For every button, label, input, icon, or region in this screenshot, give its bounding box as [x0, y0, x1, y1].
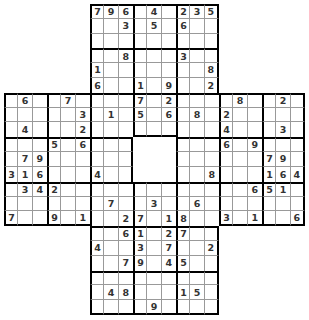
empty-cell-r13c15[interactable] [205, 182, 219, 197]
empty-cell-r3c12[interactable] [162, 34, 176, 49]
empty-cell-r5c12[interactable] [162, 63, 176, 78]
empty-cell-r8c19[interactable] [262, 108, 276, 123]
empty-cell-r7c11[interactable] [147, 93, 161, 108]
empty-cell-r3c14[interactable] [190, 34, 204, 49]
empty-cell-r6c13[interactable] [176, 78, 190, 93]
empty-cell-r13c21[interactable] [291, 182, 305, 197]
empty-cell-r7c7[interactable] [90, 93, 104, 108]
empty-cell-r14c5[interactable] [61, 197, 75, 212]
outside-area [76, 19, 90, 34]
empty-cell-r17c14[interactable] [190, 241, 204, 256]
empty-cell-r8c13[interactable] [176, 108, 190, 123]
empty-cell-r9c3[interactable] [33, 122, 47, 137]
empty-cell-r9c1[interactable] [4, 122, 18, 137]
empty-cell-r15c19[interactable] [262, 211, 276, 226]
outside-area [76, 4, 90, 19]
given-digit-r13c20: 1 [276, 182, 290, 197]
empty-cell-r14c2[interactable] [18, 197, 32, 212]
outside-area [4, 4, 18, 19]
empty-cell-r14c20[interactable] [276, 197, 290, 212]
outside-area [262, 19, 276, 34]
empty-cell-r19c15[interactable] [205, 271, 219, 286]
outside-area [219, 63, 233, 78]
empty-cell-r13c7[interactable] [90, 182, 104, 197]
empty-cell-r9c13[interactable] [176, 122, 190, 137]
empty-cell-r11c5[interactable] [61, 152, 75, 167]
empty-cell-r15c20[interactable] [276, 211, 290, 226]
empty-cell-r15c17[interactable] [233, 211, 247, 226]
outside-area [219, 285, 233, 300]
given-digit-r5c15: 8 [205, 63, 219, 78]
empty-cell-r4c12[interactable] [162, 48, 176, 63]
empty-cell-r1c10[interactable] [133, 4, 147, 19]
outside-area [233, 271, 247, 286]
outside-area [248, 226, 262, 241]
given-digit-r12c19: 1 [262, 167, 276, 182]
empty-cell-r12c8[interactable] [104, 167, 118, 182]
empty-cell-r14c4[interactable] [47, 197, 61, 212]
given-digit-r1c11: 4 [147, 4, 161, 19]
empty-cell-r14c17[interactable] [233, 197, 247, 212]
outside-area [33, 241, 47, 256]
outside-area [219, 34, 233, 49]
empty-cell-r6c11[interactable] [147, 78, 161, 93]
outside-area [233, 78, 247, 93]
empty-cell-r14c21[interactable] [291, 197, 305, 212]
empty-cell-r21c7[interactable] [90, 300, 104, 315]
empty-cell-r7c18[interactable] [248, 93, 262, 108]
given-digit-r10c4: 5 [47, 137, 61, 152]
empty-cell-r9c9[interactable] [119, 122, 133, 137]
empty-cell-r12c14[interactable] [190, 167, 204, 182]
empty-cell-r11c4[interactable] [47, 152, 61, 167]
outside-area [276, 271, 290, 286]
outside-area [219, 271, 233, 286]
outside-area [219, 48, 233, 63]
given-digit-r15c10: 7 [133, 211, 147, 226]
empty-cell-r21c14[interactable] [190, 300, 204, 315]
empty-cell-r21c10[interactable] [133, 300, 147, 315]
empty-cell-r16c15[interactable] [205, 226, 219, 241]
empty-cell-r10c21[interactable] [291, 137, 305, 152]
outside-area [248, 241, 262, 256]
empty-cell-r2c8[interactable] [104, 19, 118, 34]
empty-cell-r19c7[interactable] [90, 271, 104, 286]
empty-cell-r11c17[interactable] [233, 152, 247, 167]
empty-cell-r8c4[interactable] [47, 108, 61, 123]
given-digit-r4c13: 3 [176, 48, 190, 63]
empty-cell-r7c8[interactable] [104, 93, 118, 108]
outside-area [233, 4, 247, 19]
empty-cell-r3c9[interactable] [119, 34, 133, 49]
empty-cell-r2c7[interactable] [90, 19, 104, 34]
empty-cell-r7c19[interactable] [262, 93, 276, 108]
empty-cell-r9c14[interactable] [190, 122, 204, 137]
outside-area [291, 226, 305, 241]
empty-cell-r11c6[interactable] [76, 152, 90, 167]
empty-cell-r18c15[interactable] [205, 256, 219, 271]
empty-cell-r9c8[interactable] [104, 122, 118, 137]
empty-cell-r15c8[interactable] [104, 211, 118, 226]
empty-cell-r10c3[interactable] [33, 137, 47, 152]
outside-area [47, 19, 61, 34]
empty-cell-r13c12[interactable] [162, 182, 176, 197]
empty-cell-r11c15[interactable] [205, 152, 219, 167]
empty-cell-r8c2[interactable] [18, 108, 32, 123]
empty-cell-r9c4[interactable] [47, 122, 61, 137]
empty-cell-r17c9[interactable] [119, 241, 133, 256]
empty-cell-r11c16[interactable] [219, 152, 233, 167]
empty-cell-r8c17[interactable] [233, 108, 247, 123]
empty-cell-r8c11[interactable] [147, 108, 161, 123]
empty-cell-r19c11[interactable] [147, 271, 161, 286]
empty-cell-r11c13[interactable] [176, 152, 190, 167]
empty-cell-r2c15[interactable] [205, 19, 219, 34]
empty-cell-r18c7[interactable] [90, 256, 104, 271]
empty-cell-r2c14[interactable] [190, 19, 204, 34]
empty-cell-r7c3[interactable] [33, 93, 47, 108]
empty-cell-r11c9[interactable] [119, 152, 133, 167]
outside-area [276, 48, 290, 63]
empty-cell-r18c14[interactable] [190, 256, 204, 271]
empty-cell-r19c9[interactable] [119, 271, 133, 286]
empty-cell-r13c6[interactable] [76, 182, 90, 197]
empty-cell-r6c8[interactable] [104, 78, 118, 93]
empty-cell-r8c1[interactable] [4, 108, 18, 123]
outside-area [276, 4, 290, 19]
outside-area [61, 300, 75, 315]
empty-cell-r15c2[interactable] [18, 211, 32, 226]
empty-cell-r4c15[interactable] [205, 48, 219, 63]
outside-area [133, 137, 147, 152]
outside-area [76, 300, 90, 315]
empty-cell-r12c16[interactable] [219, 167, 233, 182]
outside-area [18, 78, 32, 93]
empty-cell-r20c15[interactable] [205, 285, 219, 300]
empty-cell-r9c19[interactable] [262, 122, 276, 137]
outside-area [233, 63, 247, 78]
empty-cell-r7c6[interactable] [76, 93, 90, 108]
outside-area [18, 63, 32, 78]
empty-cell-r9c7[interactable] [90, 122, 104, 137]
empty-cell-r14c13[interactable] [176, 197, 190, 212]
empty-cell-r10c19[interactable] [262, 137, 276, 152]
empty-cell-r13c5[interactable] [61, 182, 75, 197]
empty-cell-r3c10[interactable] [133, 34, 147, 49]
empty-cell-r12c5[interactable] [61, 167, 75, 182]
empty-cell-r13c9[interactable] [119, 182, 133, 197]
empty-cell-r8c21[interactable] [291, 108, 305, 123]
empty-cell-r9c17[interactable] [233, 122, 247, 137]
outside-area [248, 300, 262, 315]
empty-cell-r20c12[interactable] [162, 285, 176, 300]
given-digit-r4c9: 8 [119, 48, 133, 63]
outside-area [47, 34, 61, 49]
empty-cell-r14c19[interactable] [262, 197, 276, 212]
empty-cell-r12c9[interactable] [119, 167, 133, 182]
empty-cell-r12c4[interactable] [47, 167, 61, 182]
outside-area [291, 34, 305, 49]
empty-cell-r9c5[interactable] [61, 122, 75, 137]
given-digit-r20c9: 8 [119, 285, 133, 300]
given-digit-r6c7: 6 [90, 78, 104, 93]
empty-cell-r8c3[interactable] [33, 108, 47, 123]
empty-cell-r11c7[interactable] [90, 152, 104, 167]
empty-cell-r11c1[interactable] [4, 152, 18, 167]
outside-area [47, 241, 61, 256]
empty-cell-r10c7[interactable] [90, 137, 104, 152]
given-digit-r15c16: 3 [219, 211, 233, 226]
empty-cell-r3c11[interactable] [147, 34, 161, 49]
empty-cell-r3c13[interactable] [176, 34, 190, 49]
empty-cell-r4c11[interactable] [147, 48, 161, 63]
empty-cell-r13c11[interactable] [147, 182, 161, 197]
empty-cell-r5c13[interactable] [176, 63, 190, 78]
outside-area [61, 241, 75, 256]
empty-cell-r10c2[interactable] [18, 137, 32, 152]
given-digit-r14c11: 3 [147, 197, 161, 212]
outside-area [61, 19, 75, 34]
empty-cell-r16c11[interactable] [147, 226, 161, 241]
given-digit-r14c14: 6 [190, 197, 204, 212]
outside-area [219, 256, 233, 271]
outside-area [76, 78, 90, 93]
empty-cell-r16c14[interactable] [190, 226, 204, 241]
empty-cell-r11c21[interactable] [291, 152, 305, 167]
empty-cell-r2c10[interactable] [133, 19, 147, 34]
given-digit-r12c2: 1 [18, 167, 32, 182]
empty-cell-r19c12[interactable] [162, 271, 176, 286]
empty-cell-r20c7[interactable] [90, 285, 104, 300]
given-digit-r12c7: 4 [90, 167, 104, 182]
empty-cell-r16c8[interactable] [104, 226, 118, 241]
empty-cell-r4c8[interactable] [104, 48, 118, 63]
empty-cell-r13c14[interactable] [190, 182, 204, 197]
given-digit-r2c11: 5 [147, 19, 161, 34]
given-digit-r11c19: 7 [262, 152, 276, 167]
empty-cell-r15c5[interactable] [61, 211, 75, 226]
empty-cell-r21c15[interactable] [205, 300, 219, 315]
empty-cell-r6c9[interactable] [119, 78, 133, 93]
outside-area [61, 4, 75, 19]
outside-area [291, 4, 305, 19]
empty-cell-r16c7[interactable] [90, 226, 104, 241]
empty-cell-r3c8[interactable] [104, 34, 118, 49]
empty-cell-r1c12[interactable] [162, 4, 176, 19]
empty-cell-r5c11[interactable] [147, 63, 161, 78]
given-digit-r10c18: 9 [248, 137, 262, 152]
empty-cell-r8c5[interactable] [61, 108, 75, 123]
outside-area [233, 256, 247, 271]
empty-cell-r18c8[interactable] [104, 256, 118, 271]
empty-cell-r20c11[interactable] [147, 285, 161, 300]
outside-area [248, 19, 262, 34]
outside-area [61, 285, 75, 300]
outside-area [147, 137, 161, 152]
empty-cell-r2c12[interactable] [162, 19, 176, 34]
outside-area [147, 152, 161, 167]
empty-cell-r12c18[interactable] [248, 167, 262, 182]
empty-cell-r5c8[interactable] [104, 63, 118, 78]
empty-cell-r7c21[interactable] [291, 93, 305, 108]
empty-cell-r14c6[interactable] [76, 197, 90, 212]
empty-cell-r14c12[interactable] [162, 197, 176, 212]
outside-area [262, 241, 276, 256]
empty-cell-r8c20[interactable] [276, 108, 290, 123]
given-digit-r9c20: 3 [276, 122, 290, 137]
empty-cell-r15c14[interactable] [190, 211, 204, 226]
empty-cell-r13c8[interactable] [104, 182, 118, 197]
empty-cell-r13c17[interactable] [233, 182, 247, 197]
given-digit-r15c18: 1 [248, 211, 262, 226]
empty-cell-r9c12[interactable] [162, 122, 176, 137]
empty-cell-r12c6[interactable] [76, 167, 90, 182]
empty-cell-r10c15[interactable] [205, 137, 219, 152]
given-digit-r8c8: 1 [104, 108, 118, 123]
empty-cell-r15c11[interactable] [147, 211, 161, 226]
empty-cell-r7c9[interactable] [119, 93, 133, 108]
outside-area [291, 300, 305, 315]
outside-area [4, 78, 18, 93]
outside-area [262, 226, 276, 241]
given-digit-r7c17: 8 [233, 93, 247, 108]
empty-cell-r14c15[interactable] [205, 197, 219, 212]
empty-cell-r5c14[interactable] [190, 63, 204, 78]
empty-cell-r15c3[interactable] [33, 211, 47, 226]
given-digit-r15c12: 1 [162, 211, 176, 226]
outside-area [61, 271, 75, 286]
empty-cell-r10c17[interactable] [233, 137, 247, 152]
given-digit-r2c13: 6 [176, 19, 190, 34]
given-digit-r16c13: 7 [176, 226, 190, 241]
empty-cell-r10c14[interactable] [190, 137, 204, 152]
empty-cell-r7c4[interactable] [47, 93, 61, 108]
empty-cell-r4c10[interactable] [133, 48, 147, 63]
given-digit-r15c21: 6 [291, 211, 305, 226]
empty-cell-r9c18[interactable] [248, 122, 262, 137]
empty-cell-r19c10[interactable] [133, 271, 147, 286]
given-digit-r13c18: 6 [248, 182, 262, 197]
empty-cell-r19c13[interactable] [176, 271, 190, 286]
empty-cell-r20c10[interactable] [133, 285, 147, 300]
given-digit-r11c2: 7 [18, 152, 32, 167]
outside-area [133, 152, 147, 167]
empty-cell-r15c15[interactable] [205, 211, 219, 226]
outside-area [47, 63, 61, 78]
outside-area [61, 256, 75, 271]
empty-cell-r14c3[interactable] [33, 197, 47, 212]
empty-cell-r17c13[interactable] [176, 241, 190, 256]
given-digit-r8c14: 8 [190, 108, 204, 123]
outside-area [18, 271, 32, 286]
outside-area [248, 63, 262, 78]
given-digit-r2c9: 3 [119, 19, 133, 34]
outside-area [61, 48, 75, 63]
empty-cell-r9c10[interactable] [133, 122, 147, 137]
empty-cell-r5c9[interactable] [119, 63, 133, 78]
given-digit-r8c10: 5 [133, 108, 147, 123]
given-digit-r6c10: 1 [133, 78, 147, 93]
outside-area [4, 63, 18, 78]
empty-cell-r3c15[interactable] [205, 34, 219, 49]
empty-cell-r14c1[interactable] [4, 197, 18, 212]
empty-cell-r21c9[interactable] [119, 300, 133, 315]
outside-area [76, 285, 90, 300]
empty-cell-r10c13[interactable] [176, 137, 190, 152]
empty-cell-r9c15[interactable] [205, 122, 219, 137]
empty-cell-r10c20[interactable] [276, 137, 290, 152]
empty-cell-r8c18[interactable] [248, 108, 262, 123]
empty-cell-r7c1[interactable] [4, 93, 18, 108]
outside-area [61, 63, 75, 78]
empty-cell-r17c11[interactable] [147, 241, 161, 256]
outside-area [33, 256, 47, 271]
empty-cell-r10c8[interactable] [104, 137, 118, 152]
empty-cell-r10c1[interactable] [4, 137, 18, 152]
empty-cell-r15c7[interactable] [90, 211, 104, 226]
given-digit-r1c9: 6 [119, 4, 133, 19]
empty-cell-r11c8[interactable] [104, 152, 118, 167]
empty-cell-r21c12[interactable] [162, 300, 176, 315]
empty-cell-r12c13[interactable] [176, 167, 190, 182]
outside-area [262, 48, 276, 63]
empty-cell-r7c13[interactable] [176, 93, 190, 108]
empty-cell-r21c8[interactable] [104, 300, 118, 315]
empty-cell-r6c14[interactable] [190, 78, 204, 93]
empty-cell-r14c18[interactable] [248, 197, 262, 212]
empty-cell-r7c14[interactable] [190, 93, 204, 108]
empty-cell-r14c7[interactable] [90, 197, 104, 212]
given-digit-r10c6: 6 [76, 137, 90, 152]
empty-cell-r14c9[interactable] [119, 197, 133, 212]
outside-area [291, 78, 305, 93]
given-digit-r13c2: 3 [18, 182, 32, 197]
empty-cell-r8c7[interactable] [90, 108, 104, 123]
outside-area [219, 19, 233, 34]
given-digit-r15c13: 8 [176, 211, 190, 226]
empty-cell-r10c9[interactable] [119, 137, 133, 152]
empty-cell-r4c14[interactable] [190, 48, 204, 63]
empty-cell-r21c13[interactable] [176, 300, 190, 315]
empty-cell-r19c14[interactable] [190, 271, 204, 286]
empty-cell-r17c8[interactable] [104, 241, 118, 256]
empty-cell-r13c16[interactable] [219, 182, 233, 197]
empty-cell-r5c10[interactable] [133, 63, 147, 78]
empty-cell-r3c7[interactable] [90, 34, 104, 49]
outside-area [61, 226, 75, 241]
empty-cell-r4c7[interactable] [90, 48, 104, 63]
empty-cell-r9c11[interactable] [147, 122, 161, 137]
empty-cell-r11c14[interactable] [190, 152, 204, 167]
empty-cell-r14c10[interactable] [133, 197, 147, 212]
empty-cell-r9c21[interactable] [291, 122, 305, 137]
empty-cell-r7c16[interactable] [219, 93, 233, 108]
empty-cell-r10c5[interactable] [61, 137, 75, 152]
empty-cell-r13c10[interactable] [133, 182, 147, 197]
empty-cell-r19c8[interactable] [104, 271, 118, 286]
empty-cell-r7c15[interactable] [205, 93, 219, 108]
empty-cell-r18c11[interactable] [147, 256, 161, 271]
empty-cell-r12c17[interactable] [233, 167, 247, 182]
empty-cell-r8c15[interactable] [205, 108, 219, 123]
empty-cell-r13c1[interactable] [4, 182, 18, 197]
given-digit-r1c8: 9 [104, 4, 118, 19]
empty-cell-r14c16[interactable] [219, 197, 233, 212]
outside-area [47, 300, 61, 315]
empty-cell-r13c13[interactable] [176, 182, 190, 197]
empty-cell-r11c18[interactable] [248, 152, 262, 167]
empty-cell-r8c9[interactable] [119, 108, 133, 123]
